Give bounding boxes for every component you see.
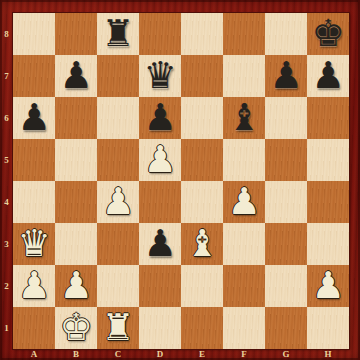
square-g1[interactable]	[265, 307, 307, 349]
white-pawn-b2[interactable]: ♟	[55, 265, 97, 307]
square-h6[interactable]	[307, 97, 349, 139]
file-label-h: H	[307, 349, 349, 360]
square-d7[interactable]: ♛	[139, 55, 181, 97]
square-a4[interactable]	[13, 181, 55, 223]
square-e4[interactable]	[181, 181, 223, 223]
square-f6[interactable]: ♝	[223, 97, 265, 139]
black-bishop-f6[interactable]: ♝	[223, 97, 265, 139]
file-label-a: A	[13, 349, 55, 360]
rank-label-3: 3	[0, 223, 13, 265]
square-b6[interactable]	[55, 97, 97, 139]
square-h3[interactable]	[307, 223, 349, 265]
square-c6[interactable]	[97, 97, 139, 139]
square-d6[interactable]: ♟	[139, 97, 181, 139]
square-g7[interactable]: ♟	[265, 55, 307, 97]
rank-label-8: 8	[0, 13, 13, 55]
square-f8[interactable]	[223, 13, 265, 55]
square-a6[interactable]: ♟	[13, 97, 55, 139]
file-label-b: B	[55, 349, 97, 360]
square-b5[interactable]	[55, 139, 97, 181]
square-d1[interactable]	[139, 307, 181, 349]
white-pawn-d5[interactable]: ♟	[139, 139, 181, 181]
white-bishop-e3[interactable]: ♝	[181, 223, 223, 265]
square-c1[interactable]: ♜	[97, 307, 139, 349]
square-d4[interactable]	[139, 181, 181, 223]
square-h1[interactable]	[307, 307, 349, 349]
square-g8[interactable]	[265, 13, 307, 55]
square-e8[interactable]	[181, 13, 223, 55]
square-c8[interactable]: ♜	[97, 13, 139, 55]
square-f3[interactable]	[223, 223, 265, 265]
white-pawn-h2[interactable]: ♟	[307, 265, 349, 307]
square-b1[interactable]: ♚	[55, 307, 97, 349]
black-pawn-g7[interactable]: ♟	[265, 55, 307, 97]
square-f1[interactable]	[223, 307, 265, 349]
rank-label-1: 1	[0, 307, 13, 349]
square-b4[interactable]	[55, 181, 97, 223]
square-c5[interactable]	[97, 139, 139, 181]
file-label-d: D	[139, 349, 181, 360]
black-pawn-b7[interactable]: ♟	[55, 55, 97, 97]
square-d3[interactable]: ♟	[139, 223, 181, 265]
square-d2[interactable]	[139, 265, 181, 307]
black-pawn-a6[interactable]: ♟	[13, 97, 55, 139]
chess-board: ♜♚♟♛♟♟♟♟♝♟♟♟♛♟♝♟♟♟♚♜	[13, 13, 349, 349]
square-a3[interactable]: ♛	[13, 223, 55, 265]
square-a8[interactable]	[13, 13, 55, 55]
square-e1[interactable]	[181, 307, 223, 349]
square-f5[interactable]	[223, 139, 265, 181]
white-pawn-f4[interactable]: ♟	[223, 181, 265, 223]
square-g5[interactable]	[265, 139, 307, 181]
square-a7[interactable]	[13, 55, 55, 97]
white-king-b1[interactable]: ♚	[55, 307, 97, 349]
square-c3[interactable]	[97, 223, 139, 265]
square-f2[interactable]	[223, 265, 265, 307]
board-frame: ♜♚♟♛♟♟♟♟♝♟♟♟♛♟♝♟♟♟♚♜ 87654321 ABCDEFGH	[0, 0, 360, 360]
square-f7[interactable]	[223, 55, 265, 97]
file-label-c: C	[97, 349, 139, 360]
rank-label-2: 2	[0, 265, 13, 307]
square-g6[interactable]	[265, 97, 307, 139]
file-label-g: G	[265, 349, 307, 360]
white-pawn-c4[interactable]: ♟	[97, 181, 139, 223]
square-a5[interactable]	[13, 139, 55, 181]
square-b3[interactable]	[55, 223, 97, 265]
square-c2[interactable]	[97, 265, 139, 307]
square-a1[interactable]	[13, 307, 55, 349]
square-b8[interactable]	[55, 13, 97, 55]
rank-label-6: 6	[0, 97, 13, 139]
square-g4[interactable]	[265, 181, 307, 223]
black-pawn-d6[interactable]: ♟	[139, 97, 181, 139]
square-d5[interactable]: ♟	[139, 139, 181, 181]
white-queen-a3[interactable]: ♛	[13, 223, 55, 265]
square-b2[interactable]: ♟	[55, 265, 97, 307]
square-e2[interactable]	[181, 265, 223, 307]
square-h8[interactable]: ♚	[307, 13, 349, 55]
square-e6[interactable]	[181, 97, 223, 139]
square-f4[interactable]: ♟	[223, 181, 265, 223]
black-rook-c8[interactable]: ♜	[97, 13, 139, 55]
square-e7[interactable]	[181, 55, 223, 97]
rank-label-4: 4	[0, 181, 13, 223]
square-g2[interactable]	[265, 265, 307, 307]
square-h4[interactable]	[307, 181, 349, 223]
rank-label-5: 5	[0, 139, 13, 181]
black-pawn-d3[interactable]: ♟	[139, 223, 181, 265]
file-label-e: E	[181, 349, 223, 360]
square-c4[interactable]: ♟	[97, 181, 139, 223]
square-e3[interactable]: ♝	[181, 223, 223, 265]
black-pawn-h7[interactable]: ♟	[307, 55, 349, 97]
white-pawn-a2[interactable]: ♟	[13, 265, 55, 307]
square-e5[interactable]	[181, 139, 223, 181]
square-h2[interactable]: ♟	[307, 265, 349, 307]
square-h7[interactable]: ♟	[307, 55, 349, 97]
square-b7[interactable]: ♟	[55, 55, 97, 97]
square-a2[interactable]: ♟	[13, 265, 55, 307]
rank-label-7: 7	[0, 55, 13, 97]
square-c7[interactable]	[97, 55, 139, 97]
black-king-h8[interactable]: ♚	[307, 13, 349, 55]
white-rook-c1[interactable]: ♜	[97, 307, 139, 349]
square-d8[interactable]	[139, 13, 181, 55]
square-h5[interactable]	[307, 139, 349, 181]
black-queen-d7[interactable]: ♛	[139, 55, 181, 97]
square-g3[interactable]	[265, 223, 307, 265]
file-label-f: F	[223, 349, 265, 360]
